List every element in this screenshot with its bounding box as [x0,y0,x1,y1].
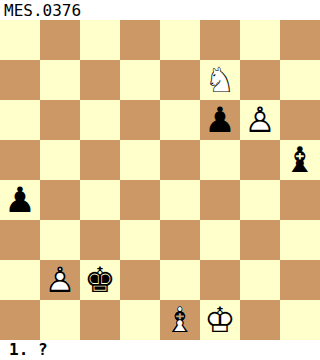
white-pawn-icon: ♙ [40,260,80,300]
square-f4[interactable] [200,180,240,220]
square-b1[interactable] [40,300,80,340]
square-a3[interactable] [0,220,40,260]
diagram-title: MES.0376 [0,0,320,20]
square-g4[interactable] [240,180,280,220]
square-a7[interactable] [0,60,40,100]
square-h8[interactable] [280,20,320,60]
square-d8[interactable] [120,20,160,60]
square-d1[interactable] [120,300,160,340]
white-king-icon: ♔ [200,300,240,340]
square-b6[interactable] [40,100,80,140]
square-f6[interactable]: ♟ [200,100,240,140]
square-h5[interactable]: ♝ [280,140,320,180]
move-prompt: 1. ? [0,340,320,360]
square-b8[interactable] [40,20,80,60]
square-d6[interactable] [120,100,160,140]
square-a6[interactable] [0,100,40,140]
square-e1[interactable]: ♝♗ [160,300,200,340]
square-f2[interactable] [200,260,240,300]
square-h2[interactable] [280,260,320,300]
square-g3[interactable] [240,220,280,260]
square-e6[interactable] [160,100,200,140]
square-g8[interactable] [240,20,280,60]
square-f5[interactable] [200,140,240,180]
square-h6[interactable] [280,100,320,140]
square-f1[interactable]: ♚♔ [200,300,240,340]
square-c4[interactable] [80,180,120,220]
square-e4[interactable] [160,180,200,220]
square-d2[interactable] [120,260,160,300]
black-bishop-icon: ♝ [280,140,320,180]
square-b7[interactable] [40,60,80,100]
chess-board: ♞♘♟♟♙♝♟♟♙♚♝♗♚♔ [0,20,320,340]
square-e5[interactable] [160,140,200,180]
white-pawn-icon: ♙ [240,100,280,140]
white-bishop-icon: ♗ [160,300,200,340]
square-g2[interactable] [240,260,280,300]
square-g7[interactable] [240,60,280,100]
square-b4[interactable] [40,180,80,220]
square-f3[interactable] [200,220,240,260]
square-b5[interactable] [40,140,80,180]
square-a8[interactable] [0,20,40,60]
square-g1[interactable] [240,300,280,340]
square-g5[interactable] [240,140,280,180]
square-c1[interactable] [80,300,120,340]
square-a2[interactable] [0,260,40,300]
square-c7[interactable] [80,60,120,100]
square-h1[interactable] [280,300,320,340]
square-c3[interactable] [80,220,120,260]
square-h7[interactable] [280,60,320,100]
black-pawn-icon: ♟ [200,100,240,140]
square-c5[interactable] [80,140,120,180]
square-h4[interactable] [280,180,320,220]
black-king-icon: ♚ [80,260,120,300]
square-e8[interactable] [160,20,200,60]
square-g6[interactable]: ♟♙ [240,100,280,140]
square-d5[interactable] [120,140,160,180]
square-e3[interactable] [160,220,200,260]
square-d3[interactable] [120,220,160,260]
square-c8[interactable] [80,20,120,60]
square-f8[interactable] [200,20,240,60]
square-b2[interactable]: ♟♙ [40,260,80,300]
square-e2[interactable] [160,260,200,300]
square-f7[interactable]: ♞♘ [200,60,240,100]
square-b3[interactable] [40,220,80,260]
square-a5[interactable] [0,140,40,180]
black-pawn-icon: ♟ [0,180,40,220]
square-c6[interactable] [80,100,120,140]
square-e7[interactable] [160,60,200,100]
white-knight-icon: ♘ [200,60,240,100]
chess-diagram-page: MES.0376 ♞♘♟♟♙♝♟♟♙♚♝♗♚♔ 1. ? [0,0,320,360]
square-d4[interactable] [120,180,160,220]
square-a4[interactable]: ♟ [0,180,40,220]
square-h3[interactable] [280,220,320,260]
square-c2[interactable]: ♚ [80,260,120,300]
square-d7[interactable] [120,60,160,100]
square-a1[interactable] [0,300,40,340]
